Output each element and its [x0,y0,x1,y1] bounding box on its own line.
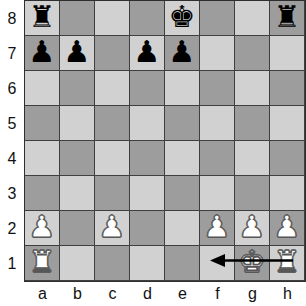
square-g6[interactable] [235,71,270,106]
file-label-d: d [130,282,165,306]
white-rook-h1: ♜ [274,245,301,279]
square-c1[interactable] [95,246,130,281]
square-d1[interactable] [130,246,165,281]
rank-label-4: 4 [0,141,24,176]
square-f4[interactable] [200,141,235,176]
white-rook-a1: ♜ [29,245,56,279]
square-c4[interactable] [95,141,130,176]
square-f1[interactable] [200,246,235,281]
square-g1[interactable]: ♚ [235,246,270,281]
square-e1[interactable] [165,246,200,281]
square-d3[interactable] [130,176,165,211]
file-label-f: f [200,282,235,306]
white-pawn-f2: ♟ [204,210,231,244]
square-c2[interactable]: ♟ [95,211,130,246]
board-grid: ♜♚♜♟♟♟♟♟♟♟♟♟♜♚♜ [25,1,305,281]
square-b6[interactable] [60,71,95,106]
square-d7[interactable]: ♟ [130,36,165,71]
square-h3[interactable] [270,176,305,211]
square-d2[interactable] [130,211,165,246]
square-h5[interactable] [270,106,305,141]
square-h8[interactable]: ♜ [270,1,305,36]
square-g8[interactable] [235,1,270,36]
square-f2[interactable]: ♟ [200,211,235,246]
rank-label-6: 6 [0,71,24,106]
file-label-b: b [60,282,95,306]
rank-label-5: 5 [0,106,24,141]
square-c7[interactable] [95,36,130,71]
file-labels: abcdefgh [25,282,305,306]
black-rook-a8: ♜ [29,0,56,34]
square-g2[interactable]: ♟ [235,211,270,246]
rank-labels: 87654321 [0,1,24,281]
black-rook-h8: ♜ [274,0,301,34]
square-h2[interactable]: ♟ [270,211,305,246]
black-pawn-a7: ♟ [29,35,56,69]
square-f8[interactable] [200,1,235,36]
square-a5[interactable] [25,106,60,141]
square-e5[interactable] [165,106,200,141]
file-label-e: e [165,282,200,306]
square-c8[interactable] [95,1,130,36]
square-b1[interactable] [60,246,95,281]
square-b4[interactable] [60,141,95,176]
square-g7[interactable] [235,36,270,71]
black-pawn-d7: ♟ [134,35,161,69]
square-e4[interactable] [165,141,200,176]
square-d6[interactable] [130,71,165,106]
square-b5[interactable] [60,106,95,141]
square-a8[interactable]: ♜ [25,1,60,36]
square-d8[interactable] [130,1,165,36]
square-g3[interactable] [235,176,270,211]
white-king-g1: ♚ [239,245,266,279]
rank-label-3: 3 [0,176,24,211]
white-pawn-c2: ♟ [99,210,126,244]
square-e7[interactable]: ♟ [165,36,200,71]
square-a7[interactable]: ♟ [25,36,60,71]
square-f3[interactable] [200,176,235,211]
square-h6[interactable] [270,71,305,106]
rank-label-2: 2 [0,211,24,246]
square-d5[interactable] [130,106,165,141]
square-h1[interactable]: ♜ [270,246,305,281]
square-c6[interactable] [95,71,130,106]
file-label-g: g [235,282,270,306]
square-h4[interactable] [270,141,305,176]
rank-label-8: 8 [0,1,24,36]
square-b3[interactable] [60,176,95,211]
square-e6[interactable] [165,71,200,106]
file-label-c: c [95,282,130,306]
white-pawn-g2: ♟ [239,210,266,244]
square-g5[interactable] [235,106,270,141]
rank-label-7: 7 [0,36,24,71]
square-b8[interactable] [60,1,95,36]
white-pawn-h2: ♟ [274,210,301,244]
square-a3[interactable] [25,176,60,211]
square-f5[interactable] [200,106,235,141]
square-b2[interactable] [60,211,95,246]
square-c3[interactable] [95,176,130,211]
square-c5[interactable] [95,106,130,141]
square-a4[interactable] [25,141,60,176]
square-d4[interactable] [130,141,165,176]
square-e8[interactable]: ♚ [165,1,200,36]
chess-board: ♜♚♜♟♟♟♟♟♟♟♟♟♜♚♜ [24,0,306,282]
square-e3[interactable] [165,176,200,211]
square-a1[interactable]: ♜ [25,246,60,281]
square-e2[interactable] [165,211,200,246]
square-h7[interactable] [270,36,305,71]
file-label-h: h [270,282,305,306]
square-f7[interactable] [200,36,235,71]
file-label-a: a [25,282,60,306]
square-a2[interactable]: ♟ [25,211,60,246]
square-a6[interactable] [25,71,60,106]
square-b7[interactable]: ♟ [60,36,95,71]
square-f6[interactable] [200,71,235,106]
black-king-e8: ♚ [169,0,196,34]
rank-label-1: 1 [0,246,24,281]
black-pawn-b7: ♟ [64,35,91,69]
black-pawn-e7: ♟ [169,35,196,69]
chess-diagram: 87654321 ♜♚♜♟♟♟♟♟♟♟♟♟♜♚♜ abcdefgh [0,0,306,306]
square-g4[interactable] [235,141,270,176]
white-pawn-a2: ♟ [29,210,56,244]
